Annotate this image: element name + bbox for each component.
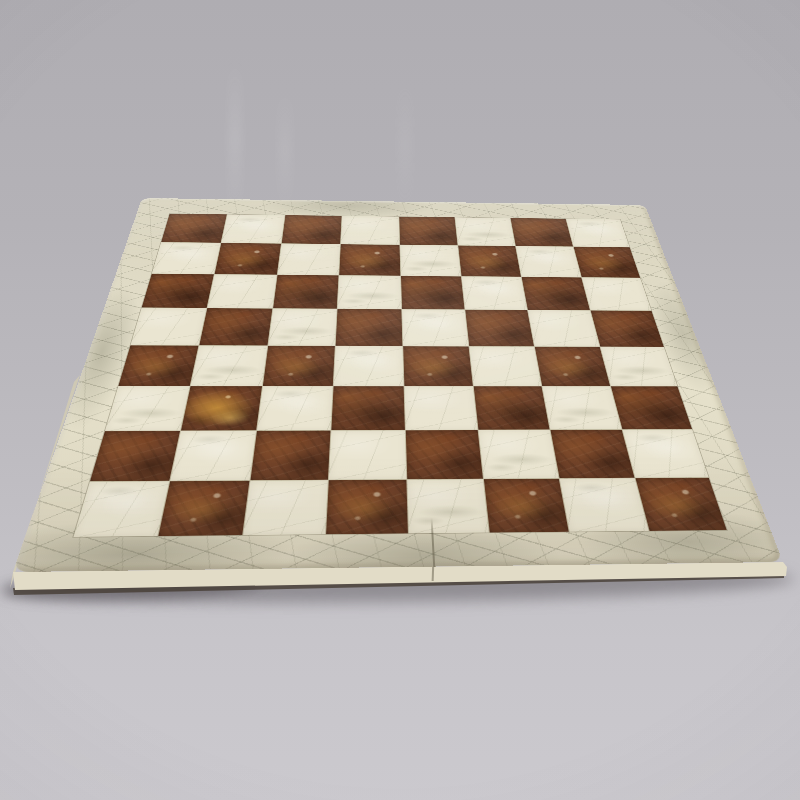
photo-stage	[0, 0, 800, 800]
square-r1c4	[400, 245, 461, 276]
backdrop-streak	[228, 60, 242, 220]
square-r4c7	[600, 347, 677, 386]
square-r0c6	[511, 218, 573, 247]
square-r4c1	[191, 345, 267, 385]
square-r0c4	[399, 217, 458, 246]
square-r0c1	[222, 214, 285, 243]
square-r3c5	[465, 310, 534, 346]
square-r3c0	[131, 308, 207, 345]
square-r4c4	[403, 346, 473, 386]
square-r5c1	[181, 386, 261, 430]
square-r5c3	[331, 386, 404, 430]
square-r3c1	[200, 308, 272, 345]
square-r3c6	[528, 310, 599, 346]
square-r2c2	[273, 275, 339, 309]
backdrop-streak	[278, 90, 292, 210]
square-r1c2	[277, 244, 340, 275]
square-r4c6	[535, 347, 610, 386]
square-r1c6	[516, 246, 581, 277]
square-r1c1	[215, 243, 281, 274]
square-r4c3	[334, 346, 403, 386]
square-r7c1	[159, 481, 249, 536]
square-r7c6	[560, 478, 648, 532]
square-r4c0	[118, 345, 198, 385]
square-r1c5	[458, 246, 521, 277]
square-r7c7	[635, 478, 727, 531]
square-r2c6	[522, 277, 590, 310]
square-r0c3	[341, 216, 399, 245]
square-r0c5	[455, 217, 515, 246]
chessboard	[13, 198, 783, 572]
square-r3c4	[402, 309, 469, 345]
square-r2c5	[462, 276, 528, 309]
square-r6c0	[90, 431, 180, 481]
square-r2c1	[208, 274, 277, 308]
square-r7c5	[484, 479, 569, 533]
square-r6c2	[250, 431, 330, 480]
square-r7c2	[243, 480, 328, 535]
square-r5c7	[611, 386, 692, 429]
square-r5c0	[105, 386, 190, 431]
square-r5c2	[257, 386, 333, 430]
square-r7c3	[326, 480, 407, 535]
square-r6c7	[622, 430, 708, 478]
square-r5c6	[542, 386, 621, 429]
square-r3c3	[336, 309, 402, 346]
square-r5c4	[404, 386, 477, 430]
square-r6c6	[551, 430, 634, 478]
square-r6c5	[478, 430, 558, 478]
square-r3c2	[268, 309, 337, 346]
square-r7c0	[73, 481, 169, 537]
square-r0c2	[282, 215, 342, 244]
square-r6c4	[405, 430, 482, 479]
square-r6c1	[171, 431, 256, 480]
square-r3c7	[590, 311, 663, 347]
square-r0c7	[566, 219, 630, 247]
square-r2c4	[401, 276, 465, 310]
square-r2c0	[142, 274, 214, 308]
board-grid	[73, 214, 726, 537]
square-r4c2	[263, 346, 335, 386]
square-r1c3	[339, 244, 400, 275]
square-r5c5	[474, 386, 550, 429]
square-r0c0	[161, 214, 227, 243]
backdrop-streak	[398, 80, 412, 210]
square-r2c7	[582, 277, 652, 310]
square-r2c3	[338, 275, 401, 309]
square-r1c7	[573, 247, 640, 278]
board-top-surface	[13, 198, 783, 572]
square-r4c5	[469, 346, 541, 386]
square-r1c0	[152, 243, 221, 274]
square-r7c4	[407, 479, 489, 533]
square-r6c3	[329, 431, 406, 480]
